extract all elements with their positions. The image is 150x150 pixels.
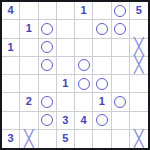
circle-mark (96, 78, 108, 90)
cell-r4c6[interactable] (93, 57, 111, 75)
cell-r6c6[interactable]: 1 (93, 93, 111, 111)
cell-r7c4[interactable]: 3 (57, 112, 75, 130)
cell-r8c7[interactable] (112, 130, 130, 148)
cell-r8c3[interactable] (39, 130, 57, 148)
cell-r3c6[interactable] (93, 39, 111, 57)
cell-r3c5[interactable] (75, 39, 93, 57)
cell-r6c7[interactable] (112, 93, 130, 111)
cell-r6c3[interactable] (39, 93, 57, 111)
circle-mark (41, 59, 53, 71)
cell-r2c4[interactable] (57, 20, 75, 38)
cell-r1c1[interactable]: 4 (2, 2, 20, 20)
given-number: 1 (62, 78, 68, 89)
cross-mark: ╳ (134, 57, 144, 73)
cell-r6c4[interactable] (57, 93, 75, 111)
cell-r4c8[interactable]: ╳ (130, 57, 148, 75)
given-number: 1 (8, 42, 14, 53)
cell-r8c4[interactable]: 5 (57, 130, 75, 148)
cell-r5c3[interactable] (39, 75, 57, 93)
circle-mark (114, 96, 126, 108)
cell-r7c7[interactable] (112, 112, 130, 130)
cell-r1c4[interactable] (57, 2, 75, 20)
circle-mark (41, 96, 53, 108)
given-number: 3 (62, 115, 68, 126)
cell-r3c1[interactable]: 1 (2, 39, 20, 57)
cell-r5c4[interactable]: 1 (57, 75, 75, 93)
cell-r7c1[interactable] (2, 112, 20, 130)
given-number: 5 (62, 133, 68, 144)
cell-r7c6[interactable] (93, 112, 111, 130)
cell-r5c5[interactable] (75, 75, 93, 93)
given-number: 4 (8, 5, 14, 16)
cell-r6c8[interactable] (130, 93, 148, 111)
given-number: 4 (81, 115, 87, 126)
given-number: 1 (99, 96, 105, 107)
cell-r2c6[interactable] (93, 20, 111, 38)
cell-r7c3[interactable] (39, 112, 57, 130)
cell-r4c2[interactable] (20, 57, 38, 75)
cell-r2c3[interactable] (39, 20, 57, 38)
cell-r7c5[interactable]: 4 (75, 112, 93, 130)
given-number: 1 (26, 23, 32, 34)
cell-r4c1[interactable] (2, 57, 20, 75)
cell-r2c5[interactable] (75, 20, 93, 38)
cell-r5c6[interactable] (93, 75, 111, 93)
cell-r6c2[interactable]: 2 (20, 93, 38, 111)
cell-r6c5[interactable] (75, 93, 93, 111)
given-number: 2 (26, 96, 32, 107)
cell-r6c1[interactable] (2, 93, 20, 111)
cell-r4c4[interactable] (57, 57, 75, 75)
given-number: 5 (136, 5, 142, 16)
circle-mark (114, 23, 126, 35)
cell-r5c2[interactable] (20, 75, 38, 93)
cell-r8c5[interactable] (75, 130, 93, 148)
cell-r1c7[interactable] (112, 2, 130, 20)
given-number: 1 (81, 5, 87, 16)
circle-mark (114, 5, 126, 17)
cell-r3c7[interactable] (112, 39, 130, 57)
given-number: 3 (8, 133, 14, 144)
cell-r7c8[interactable] (130, 112, 148, 130)
puzzle-board: 41511╳╳121343╳5╳ (0, 0, 150, 150)
cell-r5c1[interactable] (2, 75, 20, 93)
circle-mark (41, 23, 53, 35)
circle-mark (96, 23, 108, 35)
cell-r7c2[interactable] (20, 112, 38, 130)
cell-r1c5[interactable]: 1 (75, 2, 93, 20)
circle-mark (96, 114, 108, 126)
circle-mark (78, 59, 90, 71)
cell-r4c3[interactable] (39, 57, 57, 75)
cell-r8c1[interactable]: 3 (2, 130, 20, 148)
cell-r5c7[interactable] (112, 75, 130, 93)
cell-r8c2[interactable]: ╳ (20, 130, 38, 148)
circle-mark (78, 78, 90, 90)
cell-r3c2[interactable] (20, 39, 38, 57)
circle-mark (41, 114, 53, 126)
cell-r3c3[interactable] (39, 39, 57, 57)
cell-r8c8[interactable]: ╳ (130, 130, 148, 148)
cell-r5c8[interactable] (130, 75, 148, 93)
cell-r2c1[interactable] (2, 20, 20, 38)
cell-r1c8[interactable]: 5 (130, 2, 148, 20)
cell-r2c2[interactable]: 1 (20, 20, 38, 38)
cell-r2c7[interactable] (112, 20, 130, 38)
cross-mark: ╳ (24, 130, 34, 146)
cell-r1c6[interactable] (93, 2, 111, 20)
circle-mark (41, 41, 53, 53)
cross-mark: ╳ (134, 39, 144, 55)
cell-r4c7[interactable] (112, 57, 130, 75)
cell-r8c6[interactable] (93, 130, 111, 148)
cell-r1c2[interactable] (20, 2, 38, 20)
cell-r4c5[interactable] (75, 57, 93, 75)
cell-r3c4[interactable] (57, 39, 75, 57)
cell-r1c3[interactable] (39, 2, 57, 20)
cross-mark: ╳ (134, 130, 144, 146)
